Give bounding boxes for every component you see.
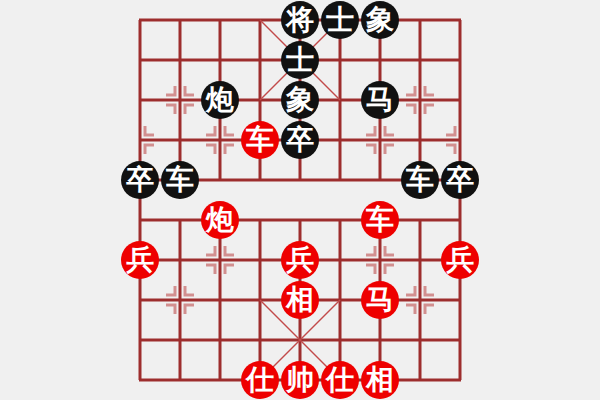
red-elephant[interactable]: 相 — [281, 281, 319, 319]
black-horse[interactable]: 马 — [361, 81, 399, 119]
black-advisor[interactable]: 士 — [321, 1, 359, 39]
red-soldier[interactable]: 兵 — [441, 241, 479, 279]
black-soldier[interactable]: 卒 — [441, 161, 479, 199]
black-elephant[interactable]: 象 — [361, 1, 399, 39]
black-chariot[interactable]: 车 — [401, 161, 439, 199]
black-chariot[interactable]: 车 — [161, 161, 199, 199]
black-cannon[interactable]: 炮 — [201, 81, 239, 119]
black-general[interactable]: 将 — [281, 1, 319, 39]
red-soldier[interactable]: 兵 — [281, 241, 319, 279]
black-soldier[interactable]: 卒 — [121, 161, 159, 199]
red-chariot[interactable]: 车 — [241, 121, 279, 159]
red-advisor[interactable]: 仕 — [241, 361, 279, 399]
xiangqi-app: 将士象士炮象马车卒卒车车卒炮车兵兵兵相马仕帅仕相 — [0, 0, 600, 400]
red-cannon[interactable]: 炮 — [201, 201, 239, 239]
black-elephant[interactable]: 象 — [281, 81, 319, 119]
red-chariot[interactable]: 车 — [361, 201, 399, 239]
red-horse[interactable]: 马 — [361, 281, 399, 319]
red-soldier[interactable]: 兵 — [121, 241, 159, 279]
black-soldier[interactable]: 卒 — [281, 121, 319, 159]
red-general[interactable]: 帅 — [281, 361, 319, 399]
xiangqi-board[interactable]: 将士象士炮象马车卒卒车车卒炮车兵兵兵相马仕帅仕相 — [120, 0, 480, 400]
red-advisor[interactable]: 仕 — [321, 361, 359, 399]
red-elephant[interactable]: 相 — [361, 361, 399, 399]
black-advisor[interactable]: 士 — [281, 41, 319, 79]
